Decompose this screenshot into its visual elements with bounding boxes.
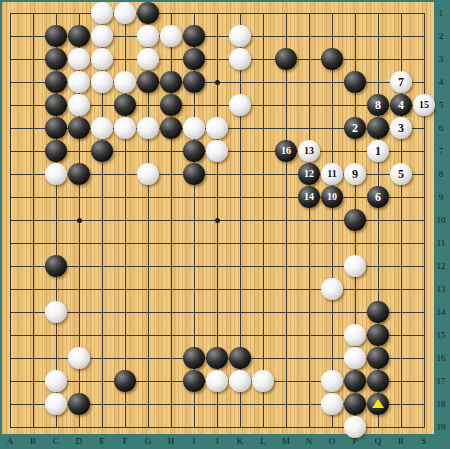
move-number: 8 [367, 94, 389, 116]
stone-black[interactable] [160, 71, 182, 93]
stone-black[interactable] [183, 25, 205, 47]
star-point [77, 218, 82, 223]
column-label: F [122, 436, 127, 446]
grid-line-vertical [263, 13, 264, 428]
stone-white[interactable] [68, 71, 90, 93]
stone-black[interactable] [275, 48, 297, 70]
column-label: P [352, 436, 357, 446]
star-point [215, 80, 220, 85]
stone-black[interactable] [68, 393, 90, 415]
grid-line-vertical [33, 13, 34, 428]
stone-white[interactable] [321, 393, 343, 415]
column-label: J [215, 436, 219, 446]
stone-white[interactable]: 5 [390, 163, 412, 185]
stone-black[interactable] [367, 301, 389, 323]
stone-white[interactable] [45, 301, 67, 323]
triangle-marker [372, 399, 384, 408]
stone-white[interactable] [160, 25, 182, 47]
move-number: 5 [390, 163, 412, 185]
stone-black[interactable] [45, 94, 67, 116]
stone-white[interactable] [114, 71, 136, 93]
stone-white[interactable] [45, 393, 67, 415]
stone-black[interactable]: 14 [298, 186, 320, 208]
stone-black[interactable] [45, 117, 67, 139]
stone-white[interactable] [229, 370, 251, 392]
grid-line-vertical [309, 13, 310, 428]
stone-black[interactable] [45, 25, 67, 47]
move-number: 3 [390, 117, 412, 139]
row-label: 5 [439, 100, 444, 110]
row-label: 18 [437, 399, 446, 409]
stone-white[interactable] [183, 117, 205, 139]
row-label: 3 [439, 54, 444, 64]
stone-black[interactable]: 2 [344, 117, 366, 139]
stone-black[interactable] [114, 370, 136, 392]
stone-white[interactable] [114, 2, 136, 24]
stone-white[interactable] [91, 48, 113, 70]
row-label: 12 [437, 261, 446, 271]
stone-white[interactable] [137, 163, 159, 185]
stone-black[interactable] [367, 347, 389, 369]
go-board-frame: 78415231613112119514106ABCDEFGHIJKLMNOPQ… [0, 0, 450, 449]
stone-black[interactable] [206, 347, 228, 369]
move-number: 2 [344, 117, 366, 139]
move-number: 12 [298, 163, 320, 185]
stone-black[interactable] [183, 163, 205, 185]
move-number: 9 [344, 163, 366, 185]
column-label: D [76, 436, 83, 446]
stone-black[interactable] [367, 117, 389, 139]
stone-white[interactable] [206, 370, 228, 392]
column-label: I [193, 436, 196, 446]
stone-black[interactable] [183, 347, 205, 369]
stone-black[interactable] [344, 209, 366, 231]
stone-black[interactable] [183, 140, 205, 162]
move-number: 13 [298, 140, 320, 162]
row-label: 16 [437, 353, 446, 363]
move-number: 4 [390, 94, 412, 116]
move-number: 15 [413, 94, 435, 116]
move-number: 11 [321, 163, 343, 185]
grid-line-vertical [286, 13, 287, 428]
row-label: 7 [439, 146, 444, 156]
stone-black[interactable] [321, 48, 343, 70]
stone-black[interactable] [367, 370, 389, 392]
stone-black[interactable] [45, 140, 67, 162]
stone-white[interactable] [45, 163, 67, 185]
column-label: S [421, 436, 426, 446]
stone-white[interactable] [321, 278, 343, 300]
stone-white[interactable] [344, 416, 366, 438]
stone-white[interactable] [91, 25, 113, 47]
row-label: 19 [437, 422, 446, 432]
column-label: Q [375, 436, 382, 446]
stone-black[interactable]: 16 [275, 140, 297, 162]
stone-white[interactable] [91, 117, 113, 139]
row-label: 8 [439, 169, 444, 179]
stone-white[interactable] [344, 324, 366, 346]
stone-white[interactable]: 15 [413, 94, 435, 116]
stone-black[interactable] [367, 393, 389, 415]
stone-black[interactable] [344, 370, 366, 392]
move-number: 6 [367, 186, 389, 208]
stone-white[interactable] [252, 370, 274, 392]
row-label: 10 [437, 215, 446, 225]
stone-white[interactable]: 9 [344, 163, 366, 185]
stone-white[interactable]: 7 [390, 71, 412, 93]
stone-white[interactable] [137, 117, 159, 139]
row-label: 17 [437, 376, 446, 386]
stone-white[interactable] [229, 94, 251, 116]
stone-white[interactable]: 3 [390, 117, 412, 139]
stone-white[interactable] [68, 48, 90, 70]
grid-line-vertical [10, 13, 11, 428]
row-label: 9 [439, 192, 444, 202]
move-number: 16 [275, 140, 297, 162]
stone-white[interactable] [344, 255, 366, 277]
stone-black[interactable] [160, 117, 182, 139]
row-label: 2 [439, 31, 444, 41]
stone-black[interactable] [68, 117, 90, 139]
stone-white[interactable] [229, 48, 251, 70]
stone-black[interactable] [91, 140, 113, 162]
stone-white[interactable]: 11 [321, 163, 343, 185]
move-number: 10 [321, 186, 343, 208]
row-label: 13 [437, 284, 446, 294]
row-label: 11 [437, 238, 446, 248]
column-label: M [282, 436, 290, 446]
stone-black[interactable]: 10 [321, 186, 343, 208]
stone-white[interactable] [321, 370, 343, 392]
move-number: 7 [390, 71, 412, 93]
column-label: C [53, 436, 59, 446]
stone-white[interactable] [344, 347, 366, 369]
stone-black[interactable] [137, 71, 159, 93]
row-label: 1 [439, 8, 444, 18]
stone-white[interactable] [91, 2, 113, 24]
stone-black[interactable] [183, 370, 205, 392]
row-label: 6 [439, 123, 444, 133]
stone-black[interactable]: 6 [367, 186, 389, 208]
stone-black[interactable] [45, 48, 67, 70]
stone-black[interactable] [183, 71, 205, 93]
stone-white[interactable] [68, 347, 90, 369]
stone-black[interactable]: 8 [367, 94, 389, 116]
move-number: 14 [298, 186, 320, 208]
column-label: N [306, 436, 313, 446]
stone-black[interactable] [68, 25, 90, 47]
stone-white[interactable] [137, 25, 159, 47]
stone-black[interactable] [160, 94, 182, 116]
stone-white[interactable] [137, 48, 159, 70]
stone-black[interactable] [45, 71, 67, 93]
stone-white[interactable] [45, 370, 67, 392]
column-label: A [7, 436, 14, 446]
stone-white[interactable] [229, 25, 251, 47]
stone-white[interactable] [91, 71, 113, 93]
column-label: R [398, 436, 404, 446]
stone-black[interactable] [344, 393, 366, 415]
stone-black[interactable] [344, 71, 366, 93]
column-label: O [329, 436, 336, 446]
column-label: B [30, 436, 36, 446]
stone-black[interactable]: 12 [298, 163, 320, 185]
stone-black[interactable]: 4 [390, 94, 412, 116]
stone-black[interactable] [45, 255, 67, 277]
stone-white[interactable] [206, 140, 228, 162]
stone-black[interactable] [114, 94, 136, 116]
stone-black[interactable] [68, 163, 90, 185]
row-label: 14 [437, 307, 446, 317]
stone-black[interactable] [183, 48, 205, 70]
stone-black[interactable] [137, 2, 159, 24]
move-number: 1 [367, 140, 389, 162]
column-label: G [145, 436, 152, 446]
star-point [215, 218, 220, 223]
column-label: L [260, 436, 266, 446]
stone-black[interactable] [229, 347, 251, 369]
row-label: 4 [439, 77, 444, 87]
stone-white[interactable] [206, 117, 228, 139]
column-label: H [168, 436, 175, 446]
stone-white[interactable] [114, 117, 136, 139]
stone-white[interactable] [68, 94, 90, 116]
column-label: K [237, 436, 244, 446]
row-label: 15 [437, 330, 446, 340]
stone-white[interactable]: 1 [367, 140, 389, 162]
grid-line-vertical [332, 13, 333, 428]
stone-black[interactable] [367, 324, 389, 346]
stone-white[interactable]: 13 [298, 140, 320, 162]
column-label: E [99, 436, 105, 446]
grid-line-vertical [424, 13, 425, 428]
